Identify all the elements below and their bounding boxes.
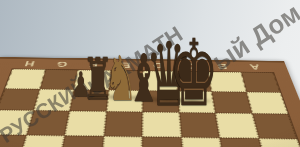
- board-square: [258, 138, 300, 147]
- king-shadow: [169, 98, 215, 105]
- board-square: [246, 92, 288, 114]
- board-square: [33, 89, 74, 111]
- file-letter-f: F: [77, 60, 110, 69]
- board-square: [143, 71, 177, 91]
- file-letter-a: A: [237, 63, 272, 72]
- board-square: [103, 111, 142, 136]
- board-square: [108, 70, 143, 90]
- board-square: [208, 72, 246, 92]
- board-square: [59, 135, 103, 147]
- board-square: [142, 112, 181, 137]
- board-square: [26, 110, 70, 135]
- board-square: [175, 71, 211, 91]
- board-square: [65, 111, 106, 136]
- file-letter-d: D: [142, 61, 174, 70]
- board-square: [252, 113, 297, 138]
- file-letter-h: H: [12, 59, 47, 68]
- board-square: [181, 137, 225, 147]
- file-letter-e: E: [109, 61, 142, 70]
- board-square: [241, 72, 281, 92]
- board-square: [142, 136, 183, 147]
- file-letter-c: C: [174, 62, 207, 71]
- board-grid: [0, 68, 300, 147]
- chess-set-photo: HGFEDCBA РУССКИЙШАХМАТНый Дом ♟♜♞♝♛♚: [0, 0, 300, 147]
- board-square: [18, 135, 65, 147]
- board-square: [101, 136, 143, 147]
- board-square: [74, 70, 110, 90]
- file-letter-b: B: [205, 62, 239, 71]
- board-square: [179, 112, 220, 137]
- board-square: [39, 69, 77, 89]
- file-letter-g: G: [44, 60, 78, 69]
